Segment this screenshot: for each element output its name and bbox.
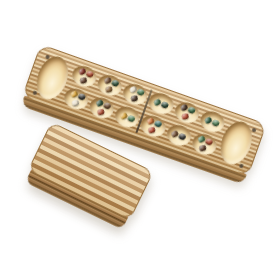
corner-screw-icon xyxy=(239,163,244,168)
product-photo-scene xyxy=(0,0,280,280)
gem-stone xyxy=(199,145,207,152)
pit-top-6[interactable] xyxy=(198,108,227,135)
pit-bottom-6[interactable] xyxy=(190,131,219,158)
gem-stone xyxy=(111,79,120,88)
pit-bottom-5[interactable] xyxy=(164,122,193,149)
gem-stone xyxy=(178,132,187,141)
gem-stone xyxy=(154,119,163,128)
gem-stone xyxy=(103,101,112,110)
gem-stone xyxy=(212,119,221,128)
pit-bottom-1[interactable] xyxy=(62,86,91,113)
gem-stone xyxy=(160,101,169,110)
gem-stone xyxy=(181,113,189,120)
gem-stone xyxy=(79,77,87,84)
gem-stone xyxy=(127,114,136,123)
pit-bottom-2[interactable] xyxy=(87,95,116,122)
gem-stone xyxy=(205,137,214,146)
gem-stone xyxy=(97,109,105,116)
pit-top-5[interactable] xyxy=(172,99,201,126)
pit-top-1[interactable] xyxy=(70,63,99,90)
gem-stone xyxy=(77,92,86,101)
gem-stone xyxy=(130,95,138,102)
gem-stone xyxy=(71,100,79,107)
gem-stone xyxy=(148,127,156,134)
gem-stone xyxy=(85,69,94,78)
gem-stone xyxy=(187,106,196,115)
corner-screw-icon xyxy=(251,128,256,133)
gem-stone xyxy=(136,88,145,97)
pit-top-2[interactable] xyxy=(95,72,124,99)
corner-screw-icon xyxy=(32,90,37,95)
gem-stone xyxy=(105,86,113,93)
